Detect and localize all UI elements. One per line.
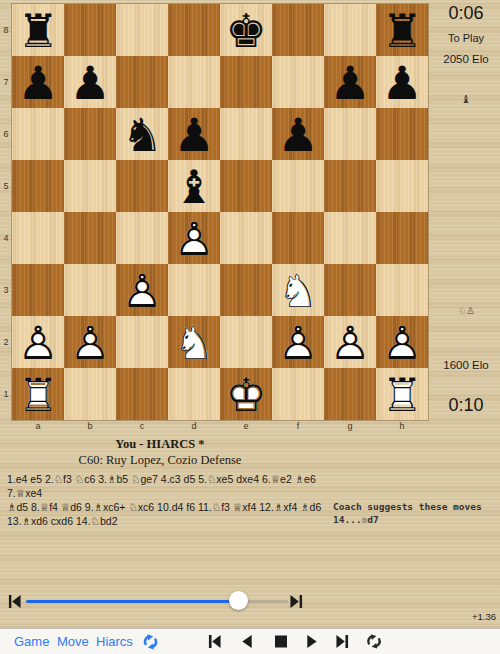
square-a7[interactable]: ♟: [12, 56, 64, 108]
square-h6[interactable]: [376, 108, 428, 160]
rank-label-7: 7: [0, 56, 12, 108]
square-a2[interactable]: ♟♙: [12, 316, 64, 368]
square-e4[interactable]: [220, 212, 272, 264]
piece-white-rook-h1[interactable]: ♜♖: [376, 368, 428, 420]
piece-black-bishop-d5[interactable]: ♝: [168, 160, 220, 212]
file-label-e: e: [220, 421, 272, 431]
square-d2[interactable]: ♞♘: [168, 316, 220, 368]
square-h8[interactable]: ♜: [376, 4, 428, 56]
piece-white-pawn-d4[interactable]: ♟♙: [168, 212, 220, 264]
piece-black-rook-h8[interactable]: ♜: [376, 4, 428, 56]
white-captured-pieces: ♘♙: [432, 305, 500, 316]
coach-text: Coach suggests these moves: [333, 500, 498, 513]
rank-label-5: 5: [0, 160, 12, 212]
square-a5[interactable]: [12, 160, 64, 212]
slider-jump-end-icon[interactable]: [290, 594, 303, 609]
square-h5[interactable]: [376, 160, 428, 212]
go-to-start-icon[interactable]: [208, 634, 221, 649]
square-g7[interactable]: ♟: [324, 56, 376, 108]
coach-suggestion: Coach suggests these moves 14...♔d7: [333, 500, 498, 526]
piece-black-pawn-f6[interactable]: ♟: [272, 108, 324, 160]
square-f3[interactable]: ♞♘: [272, 264, 324, 316]
to-play-label: To Play: [432, 32, 500, 44]
square-c8[interactable]: [116, 4, 168, 56]
step-forward-icon[interactable]: [306, 634, 318, 649]
square-e8[interactable]: ♚: [220, 4, 272, 56]
square-f5[interactable]: [272, 160, 324, 212]
bottom-toolbar: Game Move Hiarcs: [0, 628, 500, 654]
square-d5[interactable]: ♝: [168, 160, 220, 212]
piece-white-knight-d2[interactable]: ♞♘: [168, 316, 220, 368]
square-g2[interactable]: ♟♙: [324, 316, 376, 368]
rank-label-4: 4: [0, 212, 12, 264]
piece-white-rook-a1[interactable]: ♜♖: [12, 368, 64, 420]
file-label-h: h: [376, 421, 428, 431]
piece-white-pawn-b2[interactable]: ♟♙: [64, 316, 116, 368]
square-b7[interactable]: ♟: [64, 56, 116, 108]
file-label-f: f: [272, 421, 324, 431]
file-labels: abcdefgh: [12, 421, 428, 431]
rank-labels: 87654321: [0, 4, 12, 420]
piece-black-king-e8[interactable]: ♚: [220, 4, 272, 56]
file-label-b: b: [64, 421, 116, 431]
move-menu-button[interactable]: Move: [57, 629, 89, 654]
square-b8[interactable]: [64, 4, 116, 56]
square-a4[interactable]: [12, 212, 64, 264]
game-progress-slider[interactable]: [26, 600, 288, 603]
go-to-end-icon[interactable]: [336, 634, 349, 649]
file-label-g: g: [324, 421, 376, 431]
square-e2[interactable]: [220, 316, 272, 368]
stop-icon[interactable]: [274, 634, 287, 649]
square-g5[interactable]: [324, 160, 376, 212]
square-b5[interactable]: [64, 160, 116, 212]
square-b1[interactable]: [64, 368, 116, 420]
square-a1[interactable]: ♜♖: [12, 368, 64, 420]
square-f4[interactable]: [272, 212, 324, 264]
square-b6[interactable]: [64, 108, 116, 160]
square-b4[interactable]: [64, 212, 116, 264]
square-h1[interactable]: ♜♖: [376, 368, 428, 420]
square-b2[interactable]: ♟♙: [64, 316, 116, 368]
piece-white-knight-f3[interactable]: ♞♘: [272, 264, 324, 316]
square-f2[interactable]: ♟♙: [272, 316, 324, 368]
move-list-line: 13.♗xd6 cxd6 14.♘bd2: [7, 514, 347, 528]
coach-move: 14...♔d7: [333, 513, 498, 526]
piece-black-pawn-b7[interactable]: ♟: [64, 56, 116, 108]
black-captured-pieces: ♝: [432, 93, 500, 106]
square-a3[interactable]: [12, 264, 64, 316]
opening-name: C60: Ruy Lopez, Cozio Defense: [0, 453, 320, 468]
game-menu-button[interactable]: Game: [14, 629, 49, 654]
square-g3[interactable]: [324, 264, 376, 316]
square-c5[interactable]: [116, 160, 168, 212]
white-elo: 1600 Elo: [432, 359, 500, 371]
square-e7[interactable]: [220, 56, 272, 108]
piece-black-rook-a8[interactable]: ♜: [12, 4, 64, 56]
piece-white-pawn-f2[interactable]: ♟♙: [272, 316, 324, 368]
square-c6[interactable]: ♞: [116, 108, 168, 160]
square-f7[interactable]: [272, 56, 324, 108]
rank-label-3: 3: [0, 264, 12, 316]
square-b3[interactable]: [64, 264, 116, 316]
chess-board[interactable]: ♜♚♜♟♟♟♟♞♟♟♝♟♙♟♙♞♘♟♙♟♙♞♘♟♙♟♙♟♙♜♖♚♔♜♖: [12, 4, 428, 420]
square-c3[interactable]: ♟♙: [116, 264, 168, 316]
piece-white-pawn-a2[interactable]: ♟♙: [12, 316, 64, 368]
square-d8[interactable]: [168, 4, 220, 56]
square-c7[interactable]: [116, 56, 168, 108]
square-f6[interactable]: ♟: [272, 108, 324, 160]
square-h3[interactable]: [376, 264, 428, 316]
move-list-line: ♗d5 8.♕f4 ♕d6 9.♗xc6+ ♘xc6 10.d4 f6 11.♘…: [7, 500, 347, 514]
square-d1[interactable]: [168, 368, 220, 420]
hiarcs-menu-button[interactable]: Hiarcs: [96, 629, 133, 654]
piece-black-pawn-h7[interactable]: ♟: [376, 56, 428, 108]
rank-label-1: 1: [0, 368, 12, 420]
square-g6[interactable]: [324, 108, 376, 160]
square-h7[interactable]: ♟: [376, 56, 428, 108]
square-h4[interactable]: [376, 212, 428, 264]
square-h2[interactable]: ♟♙: [376, 316, 428, 368]
square-g4[interactable]: [324, 212, 376, 264]
rank-label-8: 8: [0, 4, 12, 56]
piece-white-king-e1[interactable]: ♚♔: [220, 368, 272, 420]
square-d3[interactable]: [168, 264, 220, 316]
rank-label-2: 2: [0, 316, 12, 368]
square-d6[interactable]: ♟: [168, 108, 220, 160]
black-elo: 2050 Elo: [432, 53, 500, 65]
step-back-icon[interactable]: [241, 634, 253, 649]
black-clock: 0:06: [432, 3, 500, 24]
square-e6[interactable]: [220, 108, 272, 160]
piece-black-knight-c6[interactable]: ♞: [116, 108, 168, 160]
square-e5[interactable]: [220, 160, 272, 212]
move-list[interactable]: 1.e4 e5 2.♘f3 ♘c6 3.♗b5 ♘ge7 4.c3 d5 5.♘…: [7, 472, 347, 528]
file-label-c: c: [116, 421, 168, 431]
square-a8[interactable]: ♜: [12, 4, 64, 56]
square-d7[interactable]: [168, 56, 220, 108]
square-c2[interactable]: [116, 316, 168, 368]
slider-knob[interactable]: [229, 591, 248, 610]
square-g8[interactable]: [324, 4, 376, 56]
square-c4[interactable]: [116, 212, 168, 264]
move-list-line: 1.e4 e5 2.♘f3 ♘c6 3.♗b5 ♘ge7 4.c3 d5 5.♘…: [7, 472, 347, 500]
piece-white-pawn-g2[interactable]: ♟♙: [324, 316, 376, 368]
square-e1[interactable]: ♚♔: [220, 368, 272, 420]
piece-black-pawn-g7[interactable]: ♟: [324, 56, 376, 108]
file-label-a: a: [12, 421, 64, 431]
square-c1[interactable]: [116, 368, 168, 420]
square-f8[interactable]: [272, 4, 324, 56]
piece-black-pawn-d6[interactable]: ♟: [168, 108, 220, 160]
piece-black-pawn-a7[interactable]: ♟: [12, 56, 64, 108]
evaluation-score: +1.36: [472, 611, 496, 622]
square-a6[interactable]: [12, 108, 64, 160]
square-e3[interactable]: [220, 264, 272, 316]
file-label-d: d: [168, 421, 220, 431]
white-clock: 0:10: [432, 395, 500, 416]
player-info-panel: 0:06 To Play 2050 Elo ♝ ♘♙ 1600 Elo 0:10: [432, 0, 500, 420]
slider-jump-start-icon[interactable]: [8, 594, 21, 609]
square-f1[interactable]: [272, 368, 324, 420]
piece-white-pawn-c3[interactable]: ♟♙: [116, 264, 168, 316]
game-title: You - HIARCS *: [0, 437, 320, 452]
piece-white-pawn-h2[interactable]: ♟♙: [376, 316, 428, 368]
flip-board-icon[interactable]: [141, 633, 160, 651]
slider-fill: [26, 600, 238, 603]
square-g1[interactable]: [324, 368, 376, 420]
square-d4[interactable]: ♟♙: [168, 212, 220, 264]
rank-label-6: 6: [0, 108, 12, 160]
replay-refresh-icon[interactable]: [365, 633, 383, 650]
